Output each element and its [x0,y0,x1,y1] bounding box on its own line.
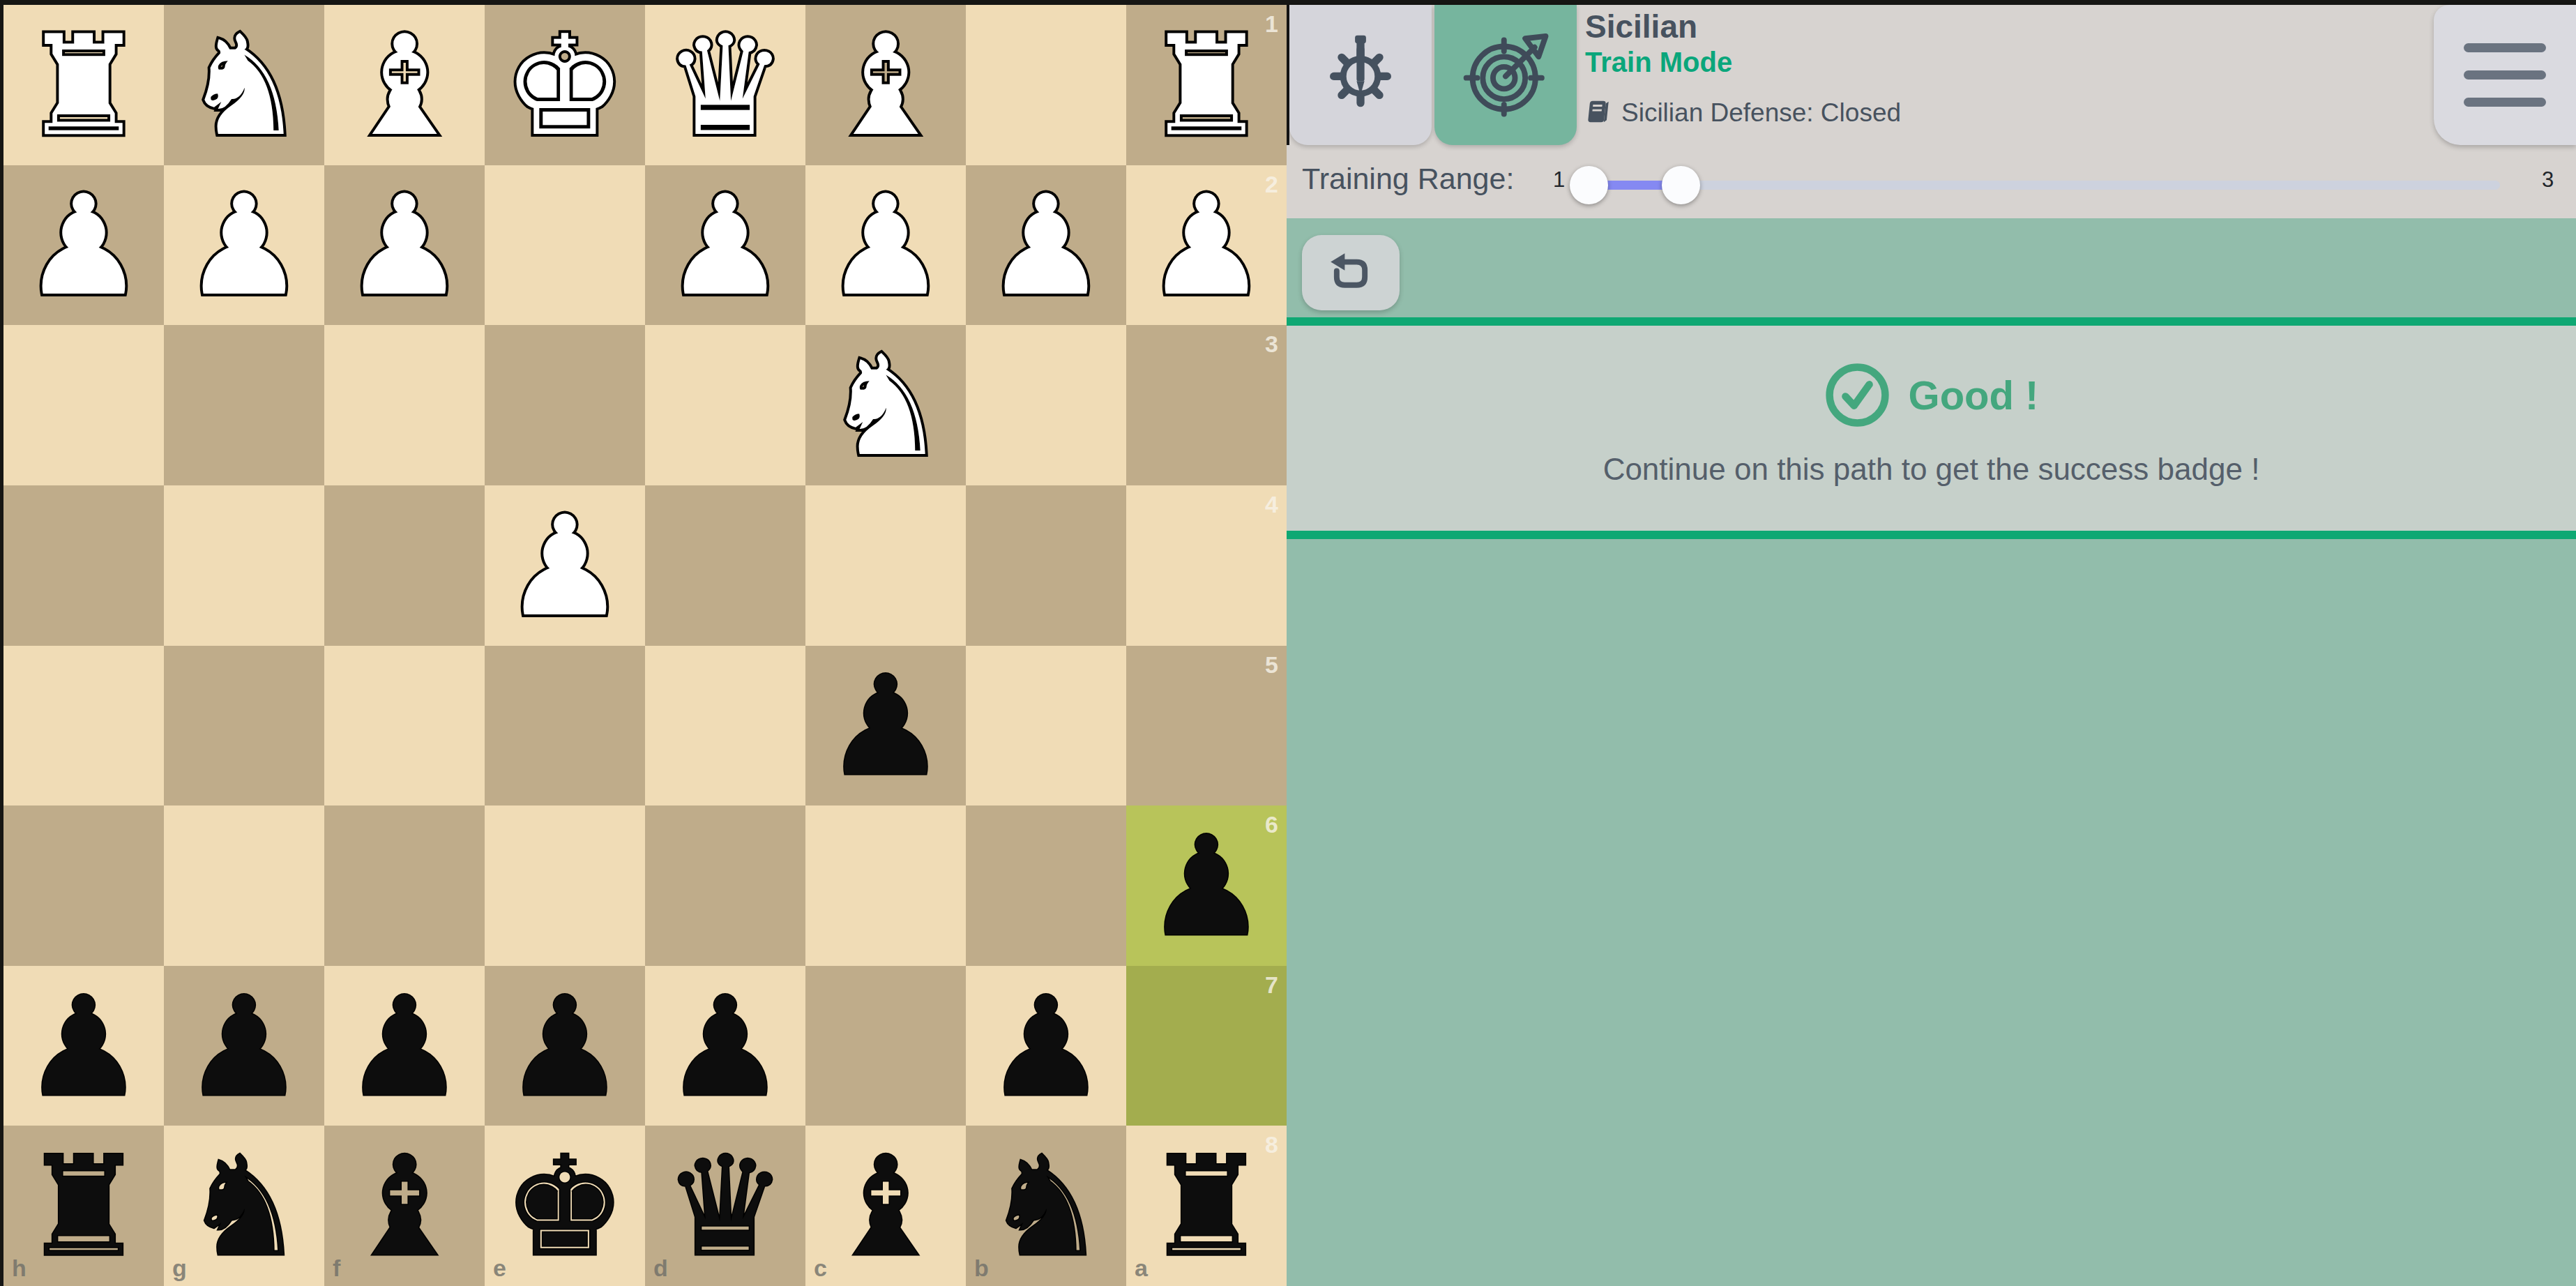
undo-icon [1326,247,1376,299]
square-b2[interactable]: ♟ [966,165,1126,326]
square-f4[interactable] [324,485,485,646]
panel-header: Sicilian Train Mode Sicilian Defense: Cl… [1287,5,2576,218]
black-queen-d8: ♛ [663,1138,787,1276]
square-g7[interactable]: ♟ [164,966,324,1126]
opening-line-row: Sicilian Defense: Closed [1585,98,1901,128]
square-f5[interactable] [324,646,485,806]
training-range-row: Training Range: 1 3 [1287,145,2576,218]
square-e5[interactable] [485,646,645,806]
square-c8[interactable]: ♝c [805,1126,966,1286]
square-d8[interactable]: ♛d [645,1126,805,1286]
edit-gear-pencil-icon [1317,31,1404,119]
square-c5[interactable]: ♟ [805,646,966,806]
hamburger-menu-icon[interactable] [2434,5,2576,145]
square-g6[interactable] [164,805,324,966]
white-queen-d1: ♛ [663,17,787,156]
square-g1[interactable]: ♞ [164,5,324,165]
chess-board[interactable]: ♜♞♝♚♛♝♜1♟♟♟♟♟♟♟2♞3♟4♟5♟6♟♟♟♟♟♟7♜h♞g♝f♚e♛… [3,5,1287,1286]
black-pawn-d7: ♟ [663,978,787,1117]
white-king-e1: ♚ [503,17,627,156]
range-max-label: 3 [2542,167,2554,192]
square-a4[interactable]: 4 [1126,485,1287,646]
square-a7[interactable]: 7 [1126,966,1287,1126]
range-slider-handle-low[interactable] [1570,166,1608,204]
square-a8[interactable]: ♜8a [1126,1126,1287,1286]
square-b4[interactable] [966,485,1126,646]
square-d6[interactable] [645,805,805,966]
square-a3[interactable]: 3 [1126,325,1287,485]
file-label-d: d [653,1255,668,1282]
white-pawn-f2: ♟ [342,177,467,315]
check-circle-icon [1824,362,1891,428]
square-e4[interactable]: ♟ [485,485,645,646]
square-a6[interactable]: ♟6 [1126,805,1287,966]
opening-title: Sicilian [1585,8,1901,45]
square-f6[interactable] [324,805,485,966]
file-label-g: g [172,1255,187,1282]
hamburger-bar [2464,70,2546,80]
square-h7[interactable]: ♟ [3,966,164,1126]
square-h6[interactable] [3,805,164,966]
train-mode-button[interactable] [1434,5,1577,145]
black-pawn-a6: ♟ [1144,818,1268,956]
book-icon [1585,98,1612,128]
square-h2[interactable]: ♟ [3,165,164,326]
square-e7[interactable]: ♟ [485,966,645,1126]
white-pawn-g2: ♟ [182,177,306,315]
feedback-title-row: Good ! [1287,362,2576,428]
white-pawn-b2: ♟ [984,177,1108,315]
square-b1[interactable] [966,5,1126,165]
square-d2[interactable]: ♟ [645,165,805,326]
square-c6[interactable] [805,805,966,966]
rank-label-8: 8 [1265,1131,1278,1158]
white-pawn-d2: ♟ [663,177,787,315]
square-f8[interactable]: ♝f [324,1126,485,1286]
white-pawn-a2: ♟ [1144,177,1268,315]
white-knight-g1: ♞ [182,17,306,156]
range-slider-handle-high[interactable] [1662,166,1700,204]
square-a1[interactable]: ♜1 [1126,5,1287,165]
square-f2[interactable]: ♟ [324,165,485,326]
white-knight-c3: ♞ [824,338,948,476]
square-d5[interactable] [645,646,805,806]
black-pawn-h7: ♟ [22,978,146,1117]
square-g2[interactable]: ♟ [164,165,324,326]
square-b7[interactable]: ♟ [966,966,1126,1126]
file-label-e: e [493,1255,506,1282]
square-c4[interactable] [805,485,966,646]
file-label-c: c [814,1255,827,1282]
rank-label-3: 3 [1265,331,1278,358]
side-panel: Sicilian Train Mode Sicilian Defense: Cl… [1287,5,2576,1286]
training-range-label: Training Range: [1302,162,1514,196]
feedback-message: Good ! Continue on this path to get the … [1287,326,2576,531]
black-pawn-e7: ♟ [503,978,627,1117]
mode-label: Train Mode [1585,45,1901,79]
edit-mode-button[interactable] [1289,5,1432,145]
black-pawn-b7: ♟ [984,978,1108,1117]
black-rook-a8: ♜ [1144,1138,1268,1276]
black-pawn-f7: ♟ [342,978,467,1117]
square-e2[interactable] [485,165,645,326]
square-c2[interactable]: ♟ [805,165,966,326]
rank-label-2: 2 [1265,171,1278,198]
white-pawn-e4: ♟ [503,498,627,636]
rank-label-7: 7 [1265,971,1278,999]
rank-label-4: 4 [1265,491,1278,518]
square-d7[interactable]: ♟ [645,966,805,1126]
square-e1[interactable]: ♚ [485,5,645,165]
square-c7[interactable] [805,966,966,1126]
black-pawn-g7: ♟ [182,978,306,1117]
square-b8[interactable]: ♞b [966,1126,1126,1286]
square-h8[interactable]: ♜h [3,1126,164,1286]
square-e6[interactable] [485,805,645,966]
square-d3[interactable] [645,325,805,485]
black-bishop-f8: ♝ [342,1138,467,1276]
white-pawn-c2: ♟ [824,177,948,315]
square-g8[interactable]: ♞g [164,1126,324,1286]
square-b3[interactable] [966,325,1126,485]
white-rook-h1: ♜ [22,17,146,156]
range-slider-track[interactable] [1570,181,2500,190]
black-pawn-c5: ♟ [824,658,948,796]
square-c3[interactable]: ♞ [805,325,966,485]
white-rook-a1: ♜ [1144,17,1268,156]
black-king-e8: ♚ [503,1138,627,1276]
panel-content: Good ! Continue on this path to get the … [1287,218,2576,1286]
square-f7[interactable]: ♟ [324,966,485,1126]
black-bishop-c8: ♝ [824,1138,948,1276]
hamburger-bar [2464,43,2546,52]
square-f1[interactable]: ♝ [324,5,485,165]
feedback-title: Good ! [1909,372,2039,418]
rank-label-6: 6 [1265,811,1278,838]
range-min-label: 1 [1553,167,1565,192]
black-rook-h8: ♜ [22,1138,146,1276]
train-target-icon [1462,31,1549,119]
title-block: Sicilian Train Mode Sicilian Defense: Cl… [1585,8,1901,128]
white-bishop-f1: ♝ [342,17,467,156]
undo-move-button[interactable] [1302,235,1400,310]
square-h3[interactable] [3,325,164,485]
square-a2[interactable]: ♟2 [1126,165,1287,326]
white-pawn-h2: ♟ [22,177,146,315]
square-d1[interactable]: ♛ [645,5,805,165]
square-c1[interactable]: ♝ [805,5,966,165]
square-f3[interactable] [324,325,485,485]
square-b6[interactable] [966,805,1126,966]
square-h5[interactable] [3,646,164,806]
square-e3[interactable] [485,325,645,485]
divider-line [1287,531,2576,539]
file-label-a: a [1135,1255,1148,1282]
square-h1[interactable]: ♜ [3,5,164,165]
file-label-h: h [12,1255,26,1282]
divider-line [1287,317,2576,326]
file-label-f: f [333,1255,340,1282]
file-label-b: b [974,1255,989,1282]
rank-label-1: 1 [1265,10,1278,38]
black-knight-b8: ♞ [984,1138,1108,1276]
square-d4[interactable] [645,485,805,646]
square-h4[interactable] [3,485,164,646]
square-e8[interactable]: ♚e [485,1126,645,1286]
variation-label: Sicilian Defense: Closed [1621,98,1901,128]
square-g4[interactable] [164,485,324,646]
white-bishop-c1: ♝ [824,17,948,156]
black-knight-g8: ♞ [182,1138,306,1276]
square-g5[interactable] [164,646,324,806]
square-b5[interactable] [966,646,1126,806]
hamburger-bar [2464,98,2546,107]
rank-label-5: 5 [1265,651,1278,679]
feedback-subtitle: Continue on this path to get the success… [1287,452,2576,487]
square-a5[interactable]: 5 [1126,646,1287,806]
square-g3[interactable] [164,325,324,485]
